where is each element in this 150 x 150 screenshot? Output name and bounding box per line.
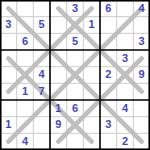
cell-r6c5[interactable] bbox=[67, 83, 84, 100]
cell-r7c2[interactable] bbox=[17, 100, 34, 117]
cell-r7c1[interactable] bbox=[0, 100, 17, 117]
cell-r8c1[interactable]: 1 bbox=[0, 117, 17, 134]
cell-r2c4[interactable] bbox=[50, 17, 67, 34]
cell-r6c3[interactable]: 7 bbox=[33, 83, 50, 100]
cell-r4c4[interactable] bbox=[50, 50, 67, 67]
cell-r5c7[interactable]: 2 bbox=[100, 67, 117, 84]
cell-r8c9[interactable] bbox=[133, 117, 150, 134]
cell-r7c3[interactable] bbox=[33, 100, 50, 117]
cell-r3c6[interactable] bbox=[83, 33, 100, 50]
cell-r3c3[interactable] bbox=[33, 33, 50, 50]
cell-r2c8[interactable] bbox=[117, 17, 134, 34]
cell-r5c6[interactable] bbox=[83, 67, 100, 84]
cell-r7c5[interactable]: 6 bbox=[67, 100, 84, 117]
cell-r5c9[interactable]: 9 bbox=[133, 67, 150, 84]
cell-r9c1[interactable] bbox=[0, 133, 17, 150]
cell-r4c3[interactable] bbox=[33, 50, 50, 67]
cell-r6c1[interactable] bbox=[0, 83, 17, 100]
cell-r8c5[interactable] bbox=[67, 117, 84, 134]
cell-r9c3[interactable] bbox=[33, 133, 50, 150]
cell-r2c5[interactable] bbox=[67, 17, 84, 34]
cell-r9c4[interactable] bbox=[50, 133, 67, 150]
sudoku-board: 36435165334291716419342 bbox=[0, 0, 150, 150]
cells-grid: 36435165334291716419342 bbox=[0, 0, 150, 150]
cell-r7c9[interactable] bbox=[133, 100, 150, 117]
cell-r4c5[interactable] bbox=[67, 50, 84, 67]
cell-r7c7[interactable] bbox=[100, 100, 117, 117]
cell-r1c3[interactable] bbox=[33, 0, 50, 17]
cell-r3c9[interactable]: 3 bbox=[133, 33, 150, 50]
cell-r1c9[interactable]: 4 bbox=[133, 0, 150, 17]
cell-r4c9[interactable] bbox=[133, 50, 150, 67]
cell-r5c4[interactable] bbox=[50, 67, 67, 84]
cell-r9c7[interactable] bbox=[100, 133, 117, 150]
cell-r5c3[interactable]: 4 bbox=[33, 67, 50, 84]
cell-r8c6[interactable] bbox=[83, 117, 100, 134]
cell-r2c1[interactable]: 3 bbox=[0, 17, 17, 34]
cell-r1c8[interactable] bbox=[117, 0, 134, 17]
cell-r7c6[interactable] bbox=[83, 100, 100, 117]
cell-r6c8[interactable] bbox=[117, 83, 134, 100]
cell-r3c2[interactable]: 6 bbox=[17, 33, 34, 50]
cell-r8c3[interactable] bbox=[33, 117, 50, 134]
cell-r6c6[interactable] bbox=[83, 83, 100, 100]
cell-r4c6[interactable] bbox=[83, 50, 100, 67]
cell-r4c1[interactable] bbox=[0, 50, 17, 67]
cell-r5c8[interactable] bbox=[117, 67, 134, 84]
cell-r5c2[interactable] bbox=[17, 67, 34, 84]
cell-r3c1[interactable] bbox=[0, 33, 17, 50]
cell-r3c4[interactable] bbox=[50, 33, 67, 50]
cell-r7c4[interactable]: 1 bbox=[50, 100, 67, 117]
cell-r5c5[interactable] bbox=[67, 67, 84, 84]
cell-r1c5[interactable]: 3 bbox=[67, 0, 84, 17]
cell-r9c2[interactable]: 4 bbox=[17, 133, 34, 150]
cell-r3c8[interactable] bbox=[117, 33, 134, 50]
cell-r3c5[interactable]: 5 bbox=[67, 33, 84, 50]
cell-r2c3[interactable]: 5 bbox=[33, 17, 50, 34]
cell-r9c6[interactable] bbox=[83, 133, 100, 150]
cell-r8c7[interactable]: 3 bbox=[100, 117, 117, 134]
cell-r2c6[interactable]: 1 bbox=[83, 17, 100, 34]
cell-r9c8[interactable]: 2 bbox=[117, 133, 134, 150]
cell-r4c2[interactable] bbox=[17, 50, 34, 67]
cell-r5c1[interactable] bbox=[0, 67, 17, 84]
cell-r9c9[interactable] bbox=[133, 133, 150, 150]
cell-r9c5[interactable] bbox=[67, 133, 84, 150]
cell-r4c7[interactable] bbox=[100, 50, 117, 67]
cell-r6c2[interactable]: 1 bbox=[17, 83, 34, 100]
cell-r8c2[interactable] bbox=[17, 117, 34, 134]
cell-r6c7[interactable] bbox=[100, 83, 117, 100]
cell-r6c4[interactable] bbox=[50, 83, 67, 100]
cell-r1c2[interactable] bbox=[17, 0, 34, 17]
cell-r1c6[interactable] bbox=[83, 0, 100, 17]
cell-r8c4[interactable]: 9 bbox=[50, 117, 67, 134]
cell-r8c8[interactable] bbox=[117, 117, 134, 134]
cell-r4c8[interactable]: 3 bbox=[117, 50, 134, 67]
cell-r6c9[interactable] bbox=[133, 83, 150, 100]
cell-r2c9[interactable] bbox=[133, 17, 150, 34]
cell-r1c1[interactable] bbox=[0, 0, 17, 17]
cell-r7c8[interactable]: 4 bbox=[117, 100, 134, 117]
cell-r3c7[interactable] bbox=[100, 33, 117, 50]
cell-r2c7[interactable] bbox=[100, 17, 117, 34]
cell-r1c7[interactable]: 6 bbox=[100, 0, 117, 17]
cell-r2c2[interactable] bbox=[17, 17, 34, 34]
cell-r1c4[interactable] bbox=[50, 0, 67, 17]
